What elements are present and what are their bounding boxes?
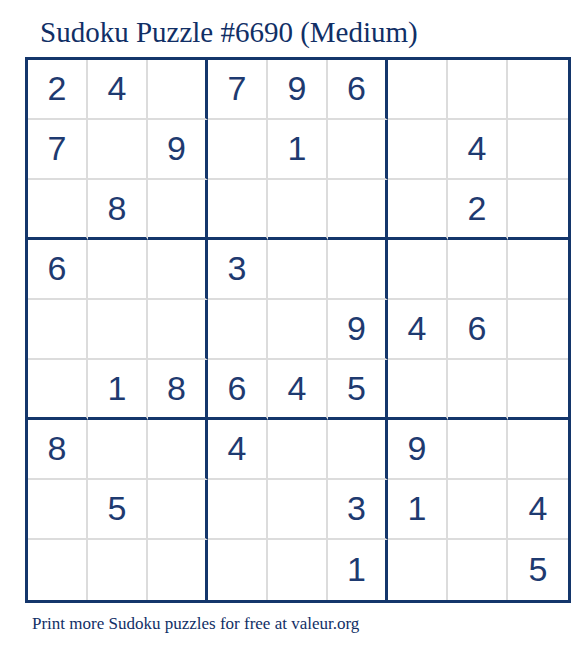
sudoku-cell-r4c8 — [448, 240, 508, 300]
sudoku-cell-r1c8 — [448, 60, 508, 120]
sudoku-cell-r1c2: 4 — [88, 60, 148, 120]
sudoku-cell-r5c1 — [28, 300, 88, 360]
sudoku-cell-r1c6: 6 — [328, 60, 388, 120]
sudoku-cell-r8c7: 1 — [388, 480, 448, 540]
sudoku-cell-r7c4: 4 — [208, 420, 268, 480]
sudoku-cell-r9c7 — [388, 540, 448, 600]
sudoku-cell-r6c7 — [388, 360, 448, 420]
sudoku-cell-r7c9 — [508, 420, 568, 480]
sudoku-cell-r6c5: 4 — [268, 360, 328, 420]
sudoku-cell-r9c1 — [28, 540, 88, 600]
footer-text: Print more Sudoku puzzles for free at va… — [32, 614, 574, 634]
sudoku-cell-r5c6: 9 — [328, 300, 388, 360]
sudoku-cell-r5c3 — [148, 300, 208, 360]
sudoku-cell-r2c5: 1 — [268, 120, 328, 180]
sudoku-cell-r2c4 — [208, 120, 268, 180]
sudoku-cell-r9c9: 5 — [508, 540, 568, 600]
sudoku-cell-r8c3 — [148, 480, 208, 540]
sudoku-cell-r1c5: 9 — [268, 60, 328, 120]
sudoku-cell-r7c6 — [328, 420, 388, 480]
sudoku-cell-r6c2: 1 — [88, 360, 148, 420]
sudoku-cell-r3c8: 2 — [448, 180, 508, 240]
sudoku-cell-r6c3: 8 — [148, 360, 208, 420]
sudoku-cell-r3c3 — [148, 180, 208, 240]
sudoku-cell-r4c2 — [88, 240, 148, 300]
sudoku-cell-r7c7: 9 — [388, 420, 448, 480]
sudoku-cell-r6c4: 6 — [208, 360, 268, 420]
sudoku-cell-r5c5 — [268, 300, 328, 360]
sudoku-cell-r7c5 — [268, 420, 328, 480]
sudoku-cell-r3c6 — [328, 180, 388, 240]
sudoku-cell-r7c3 — [148, 420, 208, 480]
sudoku-cell-r3c7 — [388, 180, 448, 240]
sudoku-cell-r8c1 — [28, 480, 88, 540]
sudoku-cell-r5c7: 4 — [388, 300, 448, 360]
sudoku-cell-r9c5 — [268, 540, 328, 600]
sudoku-cell-r2c2 — [88, 120, 148, 180]
sudoku-cell-r9c2 — [88, 540, 148, 600]
sudoku-cell-r7c2 — [88, 420, 148, 480]
sudoku-cell-r6c9 — [508, 360, 568, 420]
sudoku-cell-r3c5 — [268, 180, 328, 240]
sudoku-cell-r1c7 — [388, 60, 448, 120]
sudoku-cell-r2c6 — [328, 120, 388, 180]
sudoku-cell-r2c9 — [508, 120, 568, 180]
sudoku-cell-r4c1: 6 — [28, 240, 88, 300]
sudoku-cell-r4c7 — [388, 240, 448, 300]
sudoku-cell-r1c9 — [508, 60, 568, 120]
sudoku-cell-r4c6 — [328, 240, 388, 300]
sudoku-cell-r9c8 — [448, 540, 508, 600]
sudoku-cell-r2c8: 4 — [448, 120, 508, 180]
sudoku-cell-r8c2: 5 — [88, 480, 148, 540]
sudoku-page: { "game": "sudoku", "title": "Sudoku Puz… — [0, 0, 574, 651]
sudoku-cell-r1c3 — [148, 60, 208, 120]
sudoku-cell-r5c4 — [208, 300, 268, 360]
sudoku-cell-r1c4: 7 — [208, 60, 268, 120]
sudoku-cell-r9c4 — [208, 540, 268, 600]
sudoku-cell-r3c9 — [508, 180, 568, 240]
sudoku-cell-r3c2: 8 — [88, 180, 148, 240]
sudoku-cell-r4c4: 3 — [208, 240, 268, 300]
sudoku-cell-r6c1 — [28, 360, 88, 420]
sudoku-grid: 247967914826394618645849531415 — [25, 57, 571, 603]
sudoku-cell-r4c9 — [508, 240, 568, 300]
sudoku-cell-r8c9: 4 — [508, 480, 568, 540]
sudoku-cell-r1c1: 2 — [28, 60, 88, 120]
sudoku-cell-r9c3 — [148, 540, 208, 600]
sudoku-cell-r5c8: 6 — [448, 300, 508, 360]
sudoku-cell-r7c8 — [448, 420, 508, 480]
sudoku-cell-r2c3: 9 — [148, 120, 208, 180]
sudoku-cell-r3c1 — [28, 180, 88, 240]
sudoku-cell-r8c8 — [448, 480, 508, 540]
sudoku-cell-r8c6: 3 — [328, 480, 388, 540]
sudoku-cell-r4c5 — [268, 240, 328, 300]
sudoku-cell-r6c8 — [448, 360, 508, 420]
sudoku-cell-r6c6: 5 — [328, 360, 388, 420]
sudoku-cell-r8c4 — [208, 480, 268, 540]
sudoku-cell-r4c3 — [148, 240, 208, 300]
page-title: Sudoku Puzzle #6690 (Medium) — [0, 0, 574, 50]
sudoku-cell-r5c2 — [88, 300, 148, 360]
sudoku-cell-r2c7 — [388, 120, 448, 180]
sudoku-cell-r7c1: 8 — [28, 420, 88, 480]
sudoku-cell-r8c5 — [268, 480, 328, 540]
sudoku-cell-r9c6: 1 — [328, 540, 388, 600]
sudoku-cell-r2c1: 7 — [28, 120, 88, 180]
sudoku-cell-r5c9 — [508, 300, 568, 360]
sudoku-cell-r3c4 — [208, 180, 268, 240]
